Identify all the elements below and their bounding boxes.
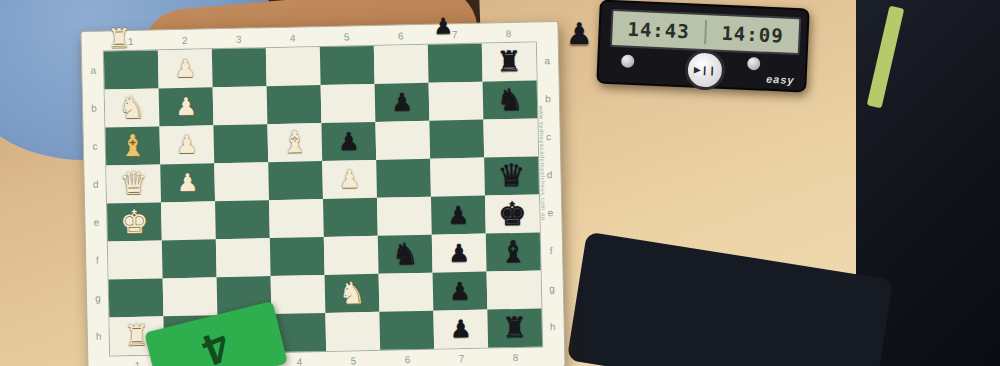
- square-d7[interactable]: [430, 158, 485, 197]
- piece-white-p-d2[interactable]: ♟: [160, 163, 215, 202]
- square-c6[interactable]: [375, 121, 430, 160]
- square-b6[interactable]: ♟: [375, 83, 430, 122]
- coordinate-label-h: h: [545, 308, 560, 346]
- piece-black-p-f7[interactable]: ♟: [432, 234, 487, 273]
- clock-lcd: 14:43 14:09: [610, 9, 801, 55]
- square-c7[interactable]: [429, 120, 484, 159]
- square-b8[interactable]: ♞: [483, 81, 538, 120]
- square-h6[interactable]: [379, 311, 434, 350]
- square-b2[interactable]: ♟: [159, 87, 214, 126]
- square-d3[interactable]: [214, 162, 269, 201]
- coordinate-label-4: 4: [266, 32, 320, 44]
- square-b5[interactable]: [321, 84, 376, 123]
- square-b4[interactable]: [267, 85, 322, 124]
- piece-black-p-h7[interactable]: ♟: [433, 310, 488, 349]
- square-f2[interactable]: [162, 239, 217, 278]
- square-f6[interactable]: ♞: [378, 235, 433, 274]
- piece-black-r-h8[interactable]: ♜: [487, 308, 542, 347]
- piece-black-p-c5[interactable]: ♟: [321, 122, 376, 161]
- coordinate-label-5: 5: [320, 31, 374, 43]
- square-g2[interactable]: [163, 277, 218, 316]
- square-d6[interactable]: [376, 159, 431, 198]
- clock-right-button[interactable]: [747, 57, 761, 71]
- square-c8[interactable]: [483, 118, 538, 157]
- piece-white-p-d5[interactable]: ♟: [322, 160, 377, 199]
- square-a6[interactable]: [374, 45, 429, 84]
- piece-black-b-f8[interactable]: ♝: [486, 232, 541, 271]
- captured-black-pawn-border[interactable]: ♟: [433, 15, 453, 37]
- piece-black-p-g7[interactable]: ♟: [433, 272, 488, 311]
- coordinate-label-a: a: [86, 52, 101, 90]
- square-a8[interactable]: ♜: [482, 43, 537, 82]
- piece-black-n-b8[interactable]: ♞: [483, 81, 538, 120]
- square-g1[interactable]: [109, 278, 164, 317]
- square-c4[interactable]: ♝: [267, 123, 322, 162]
- coordinate-label-h: h: [91, 318, 106, 356]
- square-f5[interactable]: [324, 236, 379, 275]
- piece-white-n-g5[interactable]: ♞: [325, 274, 380, 313]
- chess-board: ♟♜♞♟♟♞♝♟♝♟♛♟♟♛♚♟♚♞♟♝♞♟♜♟♟♜ 12345678 1234…: [80, 21, 565, 366]
- coordinate-label-3: 3: [212, 33, 266, 45]
- board-number: 4: [195, 320, 236, 366]
- square-f4[interactable]: [270, 237, 325, 276]
- square-a1[interactable]: [104, 50, 159, 89]
- square-h8[interactable]: ♜: [487, 308, 542, 347]
- coordinate-label-g: g: [91, 280, 106, 318]
- square-a7[interactable]: [428, 44, 483, 83]
- table-shadow: [567, 232, 894, 366]
- piece-white-p-b2[interactable]: ♟: [159, 87, 214, 126]
- square-a5[interactable]: [320, 46, 375, 85]
- piece-white-b-c4[interactable]: ♝: [267, 123, 322, 162]
- scene: ♟♜♞♟♟♞♝♟♝♟♛♟♟♛♚♟♚♞♟♝♞♟♜♟♟♜ 12345678 1234…: [0, 0, 1000, 366]
- coordinate-label-a: a: [540, 42, 555, 80]
- clock-right-time: 14:09: [706, 21, 799, 47]
- square-f1[interactable]: [108, 240, 163, 279]
- coordinate-label-7: 7: [434, 353, 488, 365]
- square-e1[interactable]: ♚: [107, 202, 162, 241]
- clock-brand: easy: [766, 73, 795, 86]
- square-f7[interactable]: ♟: [432, 234, 487, 273]
- square-a4[interactable]: [266, 47, 321, 86]
- square-g4[interactable]: [271, 275, 326, 314]
- square-e3[interactable]: [215, 200, 270, 239]
- captured-white-rook[interactable]: ♜: [107, 25, 131, 51]
- square-e4[interactable]: [269, 199, 324, 238]
- coordinate-label-5: 5: [326, 355, 380, 366]
- square-f8[interactable]: ♝: [486, 232, 541, 271]
- square-b3[interactable]: [213, 86, 268, 125]
- captured-black-pawn-by-clock[interactable]: ♟: [566, 16, 593, 51]
- piece-black-p-b6[interactable]: ♟: [375, 83, 430, 122]
- piece-white-n-b1[interactable]: ♞: [105, 88, 160, 127]
- piece-white-p-a2[interactable]: ♟: [158, 49, 213, 88]
- coordinate-label-8: 8: [488, 351, 542, 363]
- clock-play-pause-button[interactable]: ▶❙❙: [684, 49, 726, 91]
- coordinate-label-d: d: [88, 166, 103, 204]
- square-h5[interactable]: [325, 312, 380, 351]
- coordinate-label-8: 8: [481, 28, 535, 40]
- coordinate-label-c: c: [87, 128, 102, 166]
- coordinate-label-6: 6: [380, 354, 434, 366]
- piece-black-n-f6[interactable]: ♞: [378, 235, 433, 274]
- square-g5[interactable]: ♞: [325, 274, 380, 313]
- square-c2[interactable]: ♟: [159, 125, 214, 164]
- square-e5[interactable]: [323, 198, 378, 237]
- square-h7[interactable]: ♟: [433, 310, 488, 349]
- coordinate-label-f: f: [90, 242, 105, 280]
- square-e6[interactable]: [377, 197, 432, 236]
- clock-left-time: 14:43: [612, 17, 705, 43]
- square-g7[interactable]: ♟: [433, 272, 488, 311]
- square-d1[interactable]: ♛: [106, 164, 161, 203]
- square-e7[interactable]: ♟: [431, 196, 486, 235]
- board-squares: ♟♜♞♟♟♞♝♟♝♟♛♟♟♛♚♟♚♞♟♝♞♟♜♟♟♜: [104, 43, 542, 356]
- clock-left-button[interactable]: [621, 54, 635, 68]
- square-d8[interactable]: ♛: [484, 156, 539, 195]
- coordinate-label-2: 2: [158, 34, 212, 46]
- file-labels-left: abcdefgh: [86, 52, 106, 356]
- piece-white-q-d1[interactable]: ♛: [106, 164, 161, 203]
- piece-white-k-e1[interactable]: ♚: [107, 202, 162, 241]
- square-b7[interactable]: [429, 82, 484, 121]
- piece-black-p-e7[interactable]: ♟: [431, 196, 486, 235]
- coordinate-label-g: g: [545, 270, 560, 308]
- square-e8[interactable]: ♚: [485, 194, 540, 233]
- square-g8[interactable]: [487, 270, 542, 309]
- square-c1[interactable]: ♝: [105, 126, 160, 165]
- square-e2[interactable]: [161, 201, 216, 240]
- coordinate-label-e: e: [89, 204, 104, 242]
- piece-black-r-a8[interactable]: ♜: [482, 43, 537, 82]
- piece-black-q-d8[interactable]: ♛: [484, 156, 539, 195]
- square-f3[interactable]: [216, 238, 271, 277]
- coordinate-label-6: 6: [373, 30, 427, 42]
- piece-white-b-c1[interactable]: ♝: [105, 126, 160, 165]
- piece-black-k-e8[interactable]: ♚: [485, 194, 540, 233]
- square-d2[interactable]: ♟: [160, 163, 215, 202]
- square-b1[interactable]: ♞: [105, 88, 160, 127]
- square-d5[interactable]: ♟: [322, 160, 377, 199]
- square-a2[interactable]: ♟: [158, 49, 213, 88]
- coordinate-label-b: b: [87, 90, 102, 128]
- piece-white-p-c2[interactable]: ♟: [159, 125, 214, 164]
- chess-clock: 14:43 14:09 ▶❙❙ easy: [596, 0, 809, 93]
- square-c3[interactable]: [213, 124, 268, 163]
- square-c5[interactable]: ♟: [321, 122, 376, 161]
- square-g6[interactable]: [379, 273, 434, 312]
- square-a3[interactable]: [212, 48, 267, 87]
- square-d4[interactable]: [268, 161, 323, 200]
